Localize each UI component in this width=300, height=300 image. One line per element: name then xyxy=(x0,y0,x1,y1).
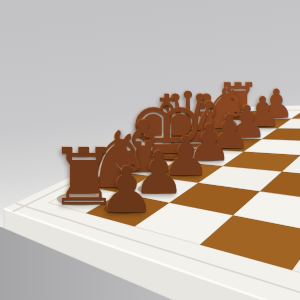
chess-set-photo: ♜♞♝♚♛♝♞♜♟♟♟♟♟♟♟♟ xyxy=(0,0,300,300)
pieces-layer: ♜♞♝♚♛♝♞♜♟♟♟♟♟♟♟♟ xyxy=(0,0,300,300)
piece-brown-pawn-h7[interactable]: ♟ xyxy=(89,159,165,223)
